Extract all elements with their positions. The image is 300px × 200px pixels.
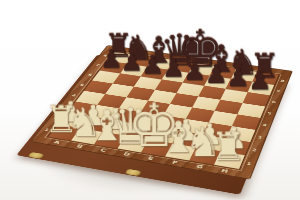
file-label: E <box>147 155 155 161</box>
square-f6 <box>198 86 225 100</box>
black-pawn-d7: ♟ <box>161 55 184 81</box>
black-pawn-c7: ♟ <box>141 52 164 78</box>
rank-label: 2 <box>251 148 257 153</box>
rank-label: 4 <box>262 123 268 127</box>
chess-set-photo: ♜♞♝♛♚♝♞♜♟♟♟♟♟♟♟♟♟♟♟♟♟♟♟♟♜♞♝♛♚♝♞♜ ABCDEFG… <box>0 0 300 200</box>
black-pawn-h7: ♟ <box>248 67 272 93</box>
brass-clasp-icon <box>27 152 44 159</box>
rank-label: 3 <box>257 135 263 140</box>
file-label: B <box>76 143 85 148</box>
black-pawn-a7: ♟ <box>100 46 123 71</box>
rank-label: 6 <box>87 73 93 77</box>
file-label: A <box>53 140 62 145</box>
black-pawn-g7: ♟ <box>226 64 250 90</box>
black-pawn-b7: ♟ <box>120 49 143 75</box>
rank-label: 8 <box>280 79 285 83</box>
square-h1: ♜ <box>214 151 245 169</box>
file-label: G <box>196 164 205 170</box>
black-pawn-e7: ♟ <box>183 58 206 84</box>
rank-label: 5 <box>266 111 272 115</box>
rank-label: 7 <box>276 89 281 93</box>
white-rook-h1: ♜ <box>210 128 245 167</box>
file-label: H <box>220 168 229 174</box>
rank-label: 1 <box>246 161 252 166</box>
black-pawn-f7: ♟ <box>204 61 227 87</box>
file-label: C <box>99 147 107 152</box>
chess-set: ♜♞♝♛♚♝♞♜♟♟♟♟♟♟♟♟♟♟♟♟♟♟♟♟♜♞♝♛♚♝♞♜ ABCDEFG… <box>30 45 293 179</box>
file-label: F <box>171 160 179 166</box>
rank-label: 6 <box>271 100 276 104</box>
rank-label: 5 <box>79 83 85 87</box>
